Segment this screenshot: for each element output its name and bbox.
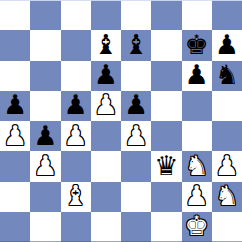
piece-black-pawn[interactable]: ♟ xyxy=(64,91,88,118)
square-g3[interactable]: ♞ xyxy=(182,151,212,181)
square-g1[interactable]: ♚ xyxy=(182,212,212,242)
square-h6[interactable]: ♞ xyxy=(212,61,242,91)
square-a1[interactable] xyxy=(0,212,30,242)
square-c8[interactable] xyxy=(61,0,91,30)
square-b4[interactable]: ♟ xyxy=(30,121,60,151)
piece-black-pawn[interactable]: ♟ xyxy=(94,61,118,88)
square-e7[interactable]: ♝ xyxy=(121,30,151,60)
piece-white-bishop[interactable]: ♝ xyxy=(64,182,88,209)
square-g4[interactable] xyxy=(182,121,212,151)
square-d3[interactable] xyxy=(91,151,121,181)
piece-white-pawn[interactable]: ♟ xyxy=(3,122,27,149)
square-d6[interactable]: ♟ xyxy=(91,61,121,91)
piece-black-pawn[interactable]: ♟ xyxy=(3,91,27,118)
square-b1[interactable] xyxy=(30,212,60,242)
square-e2[interactable] xyxy=(121,182,151,212)
square-d8[interactable] xyxy=(91,0,121,30)
square-h1[interactable] xyxy=(212,212,242,242)
square-e3[interactable] xyxy=(121,151,151,181)
square-h4[interactable] xyxy=(212,121,242,151)
square-c6[interactable] xyxy=(61,61,91,91)
square-h7[interactable]: ♟ xyxy=(212,30,242,60)
piece-white-pawn[interactable]: ♟ xyxy=(124,122,148,149)
square-f8[interactable] xyxy=(151,0,181,30)
piece-white-pawn[interactable]: ♟ xyxy=(33,152,57,179)
square-d7[interactable]: ♝ xyxy=(91,30,121,60)
square-g6[interactable]: ♟ xyxy=(182,61,212,91)
square-g5[interactable] xyxy=(182,91,212,121)
chess-board: ♝♝♚♟♟♟♞♟♟♟♟♟♟♟♟♟♛♞♟♝♟♞♚ xyxy=(0,0,242,242)
square-d2[interactable] xyxy=(91,182,121,212)
piece-white-pawn[interactable]: ♟ xyxy=(185,182,209,209)
square-a2[interactable] xyxy=(0,182,30,212)
square-g2[interactable]: ♟ xyxy=(182,182,212,212)
square-c4[interactable]: ♟ xyxy=(61,121,91,151)
piece-white-pawn[interactable]: ♟ xyxy=(215,152,239,179)
piece-black-bishop[interactable]: ♝ xyxy=(94,31,118,58)
square-c3[interactable] xyxy=(61,151,91,181)
piece-black-pawn[interactable]: ♟ xyxy=(33,122,57,149)
square-b3[interactable]: ♟ xyxy=(30,151,60,181)
square-a6[interactable] xyxy=(0,61,30,91)
piece-white-pawn[interactable]: ♟ xyxy=(64,122,88,149)
piece-white-knight[interactable]: ♞ xyxy=(215,182,239,209)
square-c5[interactable]: ♟ xyxy=(61,91,91,121)
piece-black-bishop[interactable]: ♝ xyxy=(124,31,148,58)
square-f4[interactable] xyxy=(151,121,181,151)
square-c7[interactable] xyxy=(61,30,91,60)
piece-black-pawn[interactable]: ♟ xyxy=(215,31,239,58)
piece-black-pawn[interactable]: ♟ xyxy=(185,61,209,88)
square-e6[interactable] xyxy=(121,61,151,91)
square-e8[interactable] xyxy=(121,0,151,30)
piece-black-king[interactable]: ♚ xyxy=(185,31,209,58)
square-a8[interactable] xyxy=(0,0,30,30)
square-d5[interactable]: ♟ xyxy=(91,91,121,121)
piece-black-queen[interactable]: ♛ xyxy=(154,152,178,179)
square-c2[interactable]: ♝ xyxy=(61,182,91,212)
square-b2[interactable] xyxy=(30,182,60,212)
square-a7[interactable] xyxy=(0,30,30,60)
square-c1[interactable] xyxy=(61,212,91,242)
square-d4[interactable] xyxy=(91,121,121,151)
square-f3[interactable]: ♛ xyxy=(151,151,181,181)
square-a3[interactable] xyxy=(0,151,30,181)
square-f6[interactable] xyxy=(151,61,181,91)
square-f5[interactable] xyxy=(151,91,181,121)
piece-white-king[interactable]: ♚ xyxy=(185,212,209,239)
square-h5[interactable] xyxy=(212,91,242,121)
square-e1[interactable] xyxy=(121,212,151,242)
square-b5[interactable] xyxy=(30,91,60,121)
square-f1[interactable] xyxy=(151,212,181,242)
square-a4[interactable]: ♟ xyxy=(0,121,30,151)
square-g7[interactable]: ♚ xyxy=(182,30,212,60)
square-g8[interactable] xyxy=(182,0,212,30)
square-b6[interactable] xyxy=(30,61,60,91)
square-h8[interactable] xyxy=(212,0,242,30)
square-f2[interactable] xyxy=(151,182,181,212)
piece-black-knight[interactable]: ♞ xyxy=(215,61,239,88)
square-h2[interactable]: ♞ xyxy=(212,182,242,212)
square-h3[interactable]: ♟ xyxy=(212,151,242,181)
square-b7[interactable] xyxy=(30,30,60,60)
piece-black-pawn[interactable]: ♟ xyxy=(124,91,148,118)
square-f7[interactable] xyxy=(151,30,181,60)
square-d1[interactable] xyxy=(91,212,121,242)
piece-white-pawn[interactable]: ♟ xyxy=(94,91,118,118)
piece-white-knight[interactable]: ♞ xyxy=(185,152,209,179)
square-e5[interactable]: ♟ xyxy=(121,91,151,121)
square-a5[interactable]: ♟ xyxy=(0,91,30,121)
square-b8[interactable] xyxy=(30,0,60,30)
square-e4[interactable]: ♟ xyxy=(121,121,151,151)
